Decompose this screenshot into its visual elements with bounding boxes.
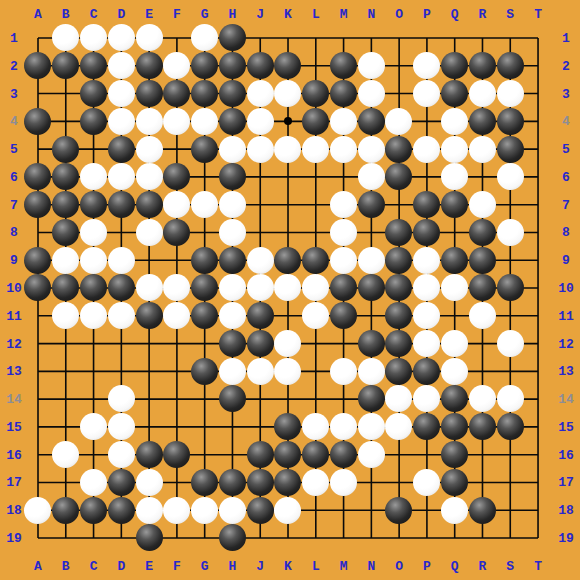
intersection-J7[interactable] (246, 191, 274, 219)
intersection-D13[interactable] (107, 357, 135, 385)
intersection-P17[interactable] (413, 468, 441, 496)
intersection-T5[interactable] (524, 135, 552, 163)
intersection-N17[interactable] (357, 468, 385, 496)
intersection-L4[interactable] (302, 107, 330, 135)
intersection-Q10[interactable] (441, 274, 469, 302)
intersection-S6[interactable] (496, 163, 524, 191)
intersection-N2[interactable] (357, 52, 385, 80)
intersection-R9[interactable] (468, 246, 496, 274)
intersection-G15[interactable] (191, 413, 219, 441)
intersection-T11[interactable] (524, 302, 552, 330)
intersection-P13[interactable] (413, 357, 441, 385)
intersection-B16[interactable] (52, 441, 80, 469)
intersection-L5[interactable] (302, 135, 330, 163)
intersection-N10[interactable] (357, 274, 385, 302)
intersection-H5[interactable] (218, 135, 246, 163)
intersection-C10[interactable] (80, 274, 108, 302)
intersection-M9[interactable] (330, 246, 358, 274)
intersection-B15[interactable] (52, 413, 80, 441)
intersection-E16[interactable] (135, 441, 163, 469)
intersection-O11[interactable] (385, 302, 413, 330)
intersection-H7[interactable] (218, 191, 246, 219)
intersection-Q5[interactable] (441, 135, 469, 163)
intersection-P8[interactable] (413, 218, 441, 246)
intersection-M5[interactable] (330, 135, 358, 163)
intersection-P12[interactable] (413, 330, 441, 358)
intersection-Q3[interactable] (441, 80, 469, 108)
intersection-Q1[interactable] (441, 24, 469, 52)
intersection-H16[interactable] (218, 441, 246, 469)
intersection-G9[interactable] (191, 246, 219, 274)
intersection-S9[interactable] (496, 246, 524, 274)
intersection-S12[interactable] (496, 330, 524, 358)
intersection-Q14[interactable] (441, 385, 469, 413)
intersection-M3[interactable] (330, 80, 358, 108)
intersection-M10[interactable] (330, 274, 358, 302)
intersection-C3[interactable] (80, 80, 108, 108)
intersection-T12[interactable] (524, 330, 552, 358)
intersection-L14[interactable] (302, 385, 330, 413)
intersection-C2[interactable] (80, 52, 108, 80)
intersection-O17[interactable] (385, 468, 413, 496)
intersection-O16[interactable] (385, 441, 413, 469)
intersection-G10[interactable] (191, 274, 219, 302)
intersection-Q9[interactable] (441, 246, 469, 274)
intersection-M8[interactable] (330, 218, 358, 246)
intersection-N5[interactable] (357, 135, 385, 163)
intersection-K9[interactable] (274, 246, 302, 274)
intersection-C11[interactable] (80, 302, 108, 330)
intersection-R7[interactable] (468, 191, 496, 219)
intersection-H4[interactable] (218, 107, 246, 135)
intersection-K2[interactable] (274, 52, 302, 80)
intersection-S16[interactable] (496, 441, 524, 469)
intersection-D5[interactable] (107, 135, 135, 163)
intersection-Q7[interactable] (441, 191, 469, 219)
intersection-E11[interactable] (135, 302, 163, 330)
intersection-F19[interactable] (163, 524, 191, 552)
intersection-F8[interactable] (163, 218, 191, 246)
intersection-N19[interactable] (357, 524, 385, 552)
intersection-A17[interactable] (24, 468, 52, 496)
intersection-J19[interactable] (246, 524, 274, 552)
intersection-E12[interactable] (135, 330, 163, 358)
intersection-F3[interactable] (163, 80, 191, 108)
intersection-P5[interactable] (413, 135, 441, 163)
intersection-P10[interactable] (413, 274, 441, 302)
intersection-B5[interactable] (52, 135, 80, 163)
intersection-S3[interactable] (496, 80, 524, 108)
intersection-A9[interactable] (24, 246, 52, 274)
intersection-E2[interactable] (135, 52, 163, 80)
intersection-D4[interactable] (107, 107, 135, 135)
intersection-E3[interactable] (135, 80, 163, 108)
intersection-K17[interactable] (274, 468, 302, 496)
intersection-H9[interactable] (218, 246, 246, 274)
intersection-R17[interactable] (468, 468, 496, 496)
intersection-A11[interactable] (24, 302, 52, 330)
intersection-P11[interactable] (413, 302, 441, 330)
intersection-S18[interactable] (496, 496, 524, 524)
intersection-K12[interactable] (274, 330, 302, 358)
intersection-G12[interactable] (191, 330, 219, 358)
intersection-K18[interactable] (274, 496, 302, 524)
intersection-A13[interactable] (24, 357, 52, 385)
intersection-K7[interactable] (274, 191, 302, 219)
intersection-D16[interactable] (107, 441, 135, 469)
intersection-G5[interactable] (191, 135, 219, 163)
intersection-D18[interactable] (107, 496, 135, 524)
intersection-H1[interactable] (218, 24, 246, 52)
intersection-G19[interactable] (191, 524, 219, 552)
intersection-P19[interactable] (413, 524, 441, 552)
intersection-K13[interactable] (274, 357, 302, 385)
intersection-S19[interactable] (496, 524, 524, 552)
intersection-A15[interactable] (24, 413, 52, 441)
intersection-J8[interactable] (246, 218, 274, 246)
intersection-E10[interactable] (135, 274, 163, 302)
intersection-P6[interactable] (413, 163, 441, 191)
intersection-F13[interactable] (163, 357, 191, 385)
intersection-D15[interactable] (107, 413, 135, 441)
intersection-A2[interactable] (24, 52, 52, 80)
intersection-A4[interactable] (24, 107, 52, 135)
intersection-O13[interactable] (385, 357, 413, 385)
intersection-Q13[interactable] (441, 357, 469, 385)
intersection-B14[interactable] (52, 385, 80, 413)
intersection-L6[interactable] (302, 163, 330, 191)
intersection-N1[interactable] (357, 24, 385, 52)
intersection-L18[interactable] (302, 496, 330, 524)
intersection-K15[interactable] (274, 413, 302, 441)
intersection-T19[interactable] (524, 524, 552, 552)
intersection-M18[interactable] (330, 496, 358, 524)
intersection-E4[interactable] (135, 107, 163, 135)
intersection-R8[interactable] (468, 218, 496, 246)
intersection-N13[interactable] (357, 357, 385, 385)
intersection-O9[interactable] (385, 246, 413, 274)
intersection-T4[interactable] (524, 107, 552, 135)
intersection-F11[interactable] (163, 302, 191, 330)
intersection-P15[interactable] (413, 413, 441, 441)
intersection-B11[interactable] (52, 302, 80, 330)
intersection-D19[interactable] (107, 524, 135, 552)
intersection-M6[interactable] (330, 163, 358, 191)
intersection-E18[interactable] (135, 496, 163, 524)
intersection-C16[interactable] (80, 441, 108, 469)
intersection-C12[interactable] (80, 330, 108, 358)
intersection-A8[interactable] (24, 218, 52, 246)
intersection-M1[interactable] (330, 24, 358, 52)
intersection-J13[interactable] (246, 357, 274, 385)
intersection-G17[interactable] (191, 468, 219, 496)
intersection-C13[interactable] (80, 357, 108, 385)
intersection-L11[interactable] (302, 302, 330, 330)
intersection-F5[interactable] (163, 135, 191, 163)
intersection-A1[interactable] (24, 24, 52, 52)
intersection-H14[interactable] (218, 385, 246, 413)
intersection-F10[interactable] (163, 274, 191, 302)
intersection-H8[interactable] (218, 218, 246, 246)
intersection-F12[interactable] (163, 330, 191, 358)
intersection-M16[interactable] (330, 441, 358, 469)
intersection-G16[interactable] (191, 441, 219, 469)
intersection-P9[interactable] (413, 246, 441, 274)
intersection-L1[interactable] (302, 24, 330, 52)
intersection-J17[interactable] (246, 468, 274, 496)
intersection-B1[interactable] (52, 24, 80, 52)
intersection-R4[interactable] (468, 107, 496, 135)
intersection-F14[interactable] (163, 385, 191, 413)
intersection-J14[interactable] (246, 385, 274, 413)
intersection-R2[interactable] (468, 52, 496, 80)
intersection-N4[interactable] (357, 107, 385, 135)
intersection-F7[interactable] (163, 191, 191, 219)
intersection-H17[interactable] (218, 468, 246, 496)
intersection-O6[interactable] (385, 163, 413, 191)
intersection-S5[interactable] (496, 135, 524, 163)
intersection-N3[interactable] (357, 80, 385, 108)
intersection-L17[interactable] (302, 468, 330, 496)
intersection-O4[interactable] (385, 107, 413, 135)
intersection-E8[interactable] (135, 218, 163, 246)
intersection-R15[interactable] (468, 413, 496, 441)
intersection-F6[interactable] (163, 163, 191, 191)
intersection-C17[interactable] (80, 468, 108, 496)
intersection-G13[interactable] (191, 357, 219, 385)
intersection-S2[interactable] (496, 52, 524, 80)
intersection-N12[interactable] (357, 330, 385, 358)
intersection-T9[interactable] (524, 246, 552, 274)
intersection-P1[interactable] (413, 24, 441, 52)
intersection-B7[interactable] (52, 191, 80, 219)
intersection-R16[interactable] (468, 441, 496, 469)
intersection-J2[interactable] (246, 52, 274, 80)
intersection-K4[interactable] (274, 107, 302, 135)
intersection-D14[interactable] (107, 385, 135, 413)
intersection-L9[interactable] (302, 246, 330, 274)
intersection-G14[interactable] (191, 385, 219, 413)
intersection-O12[interactable] (385, 330, 413, 358)
intersection-L7[interactable] (302, 191, 330, 219)
intersection-N6[interactable] (357, 163, 385, 191)
intersection-T1[interactable] (524, 24, 552, 52)
intersection-S7[interactable] (496, 191, 524, 219)
intersection-P7[interactable] (413, 191, 441, 219)
intersection-E17[interactable] (135, 468, 163, 496)
intersection-B4[interactable] (52, 107, 80, 135)
intersection-H11[interactable] (218, 302, 246, 330)
intersection-M15[interactable] (330, 413, 358, 441)
intersection-Q4[interactable] (441, 107, 469, 135)
intersection-H12[interactable] (218, 330, 246, 358)
intersection-E6[interactable] (135, 163, 163, 191)
intersection-E15[interactable] (135, 413, 163, 441)
intersection-S14[interactable] (496, 385, 524, 413)
intersection-C9[interactable] (80, 246, 108, 274)
intersection-T6[interactable] (524, 163, 552, 191)
intersection-O10[interactable] (385, 274, 413, 302)
intersection-P16[interactable] (413, 441, 441, 469)
intersection-C8[interactable] (80, 218, 108, 246)
intersection-C4[interactable] (80, 107, 108, 135)
intersection-J6[interactable] (246, 163, 274, 191)
intersection-N14[interactable] (357, 385, 385, 413)
intersection-K11[interactable] (274, 302, 302, 330)
intersection-Q11[interactable] (441, 302, 469, 330)
intersection-E14[interactable] (135, 385, 163, 413)
intersection-S8[interactable] (496, 218, 524, 246)
intersection-G7[interactable] (191, 191, 219, 219)
intersection-C6[interactable] (80, 163, 108, 191)
intersection-D8[interactable] (107, 218, 135, 246)
intersection-O8[interactable] (385, 218, 413, 246)
intersection-Q16[interactable] (441, 441, 469, 469)
intersection-Q8[interactable] (441, 218, 469, 246)
intersection-S4[interactable] (496, 107, 524, 135)
intersection-P2[interactable] (413, 52, 441, 80)
intersection-O1[interactable] (385, 24, 413, 52)
intersection-H13[interactable] (218, 357, 246, 385)
intersection-D2[interactable] (107, 52, 135, 80)
intersection-D6[interactable] (107, 163, 135, 191)
intersection-O5[interactable] (385, 135, 413, 163)
intersection-S15[interactable] (496, 413, 524, 441)
intersection-K10[interactable] (274, 274, 302, 302)
intersection-G6[interactable] (191, 163, 219, 191)
intersection-T13[interactable] (524, 357, 552, 385)
intersection-T2[interactable] (524, 52, 552, 80)
intersection-A6[interactable] (24, 163, 52, 191)
intersection-M17[interactable] (330, 468, 358, 496)
intersection-L2[interactable] (302, 52, 330, 80)
intersection-K19[interactable] (274, 524, 302, 552)
intersection-F2[interactable] (163, 52, 191, 80)
intersection-O14[interactable] (385, 385, 413, 413)
intersection-C19[interactable] (80, 524, 108, 552)
intersection-J10[interactable] (246, 274, 274, 302)
intersection-M7[interactable] (330, 191, 358, 219)
intersection-J3[interactable] (246, 80, 274, 108)
intersection-O7[interactable] (385, 191, 413, 219)
intersection-M13[interactable] (330, 357, 358, 385)
intersection-S10[interactable] (496, 274, 524, 302)
intersection-B13[interactable] (52, 357, 80, 385)
intersection-D12[interactable] (107, 330, 135, 358)
intersection-R14[interactable] (468, 385, 496, 413)
intersection-D11[interactable] (107, 302, 135, 330)
intersection-G1[interactable] (191, 24, 219, 52)
intersection-Q19[interactable] (441, 524, 469, 552)
intersection-H10[interactable] (218, 274, 246, 302)
intersection-J16[interactable] (246, 441, 274, 469)
intersection-C5[interactable] (80, 135, 108, 163)
intersection-T18[interactable] (524, 496, 552, 524)
intersection-D1[interactable] (107, 24, 135, 52)
intersection-B2[interactable] (52, 52, 80, 80)
intersection-T15[interactable] (524, 413, 552, 441)
intersection-K14[interactable] (274, 385, 302, 413)
intersection-T16[interactable] (524, 441, 552, 469)
intersection-O2[interactable] (385, 52, 413, 80)
intersection-A12[interactable] (24, 330, 52, 358)
intersection-K3[interactable] (274, 80, 302, 108)
intersection-R13[interactable] (468, 357, 496, 385)
intersection-C14[interactable] (80, 385, 108, 413)
intersection-L16[interactable] (302, 441, 330, 469)
intersection-Q15[interactable] (441, 413, 469, 441)
intersection-J18[interactable] (246, 496, 274, 524)
intersection-P14[interactable] (413, 385, 441, 413)
intersection-T17[interactable] (524, 468, 552, 496)
intersection-J9[interactable] (246, 246, 274, 274)
intersection-F4[interactable] (163, 107, 191, 135)
intersection-J12[interactable] (246, 330, 274, 358)
intersection-N8[interactable] (357, 218, 385, 246)
intersection-L15[interactable] (302, 413, 330, 441)
intersection-F17[interactable] (163, 468, 191, 496)
intersection-T7[interactable] (524, 191, 552, 219)
intersection-B3[interactable] (52, 80, 80, 108)
intersection-Q18[interactable] (441, 496, 469, 524)
intersection-T8[interactable] (524, 218, 552, 246)
intersection-K6[interactable] (274, 163, 302, 191)
intersection-E5[interactable] (135, 135, 163, 163)
intersection-C7[interactable] (80, 191, 108, 219)
intersection-B9[interactable] (52, 246, 80, 274)
intersection-O15[interactable] (385, 413, 413, 441)
intersection-L19[interactable] (302, 524, 330, 552)
intersection-A5[interactable] (24, 135, 52, 163)
intersection-C15[interactable] (80, 413, 108, 441)
intersection-P3[interactable] (413, 80, 441, 108)
intersection-R11[interactable] (468, 302, 496, 330)
intersection-O19[interactable] (385, 524, 413, 552)
intersection-A14[interactable] (24, 385, 52, 413)
intersection-L10[interactable] (302, 274, 330, 302)
intersection-P4[interactable] (413, 107, 441, 135)
intersection-K1[interactable] (274, 24, 302, 52)
intersection-J15[interactable] (246, 413, 274, 441)
intersection-C18[interactable] (80, 496, 108, 524)
intersection-H15[interactable] (218, 413, 246, 441)
intersection-J5[interactable] (246, 135, 274, 163)
intersection-G8[interactable] (191, 218, 219, 246)
intersection-B10[interactable] (52, 274, 80, 302)
intersection-H3[interactable] (218, 80, 246, 108)
intersection-H19[interactable] (218, 524, 246, 552)
intersection-D7[interactable] (107, 191, 135, 219)
intersection-A16[interactable] (24, 441, 52, 469)
intersection-T14[interactable] (524, 385, 552, 413)
intersection-N16[interactable] (357, 441, 385, 469)
intersection-R10[interactable] (468, 274, 496, 302)
intersection-F16[interactable] (163, 441, 191, 469)
intersection-A18[interactable] (24, 496, 52, 524)
intersection-T10[interactable] (524, 274, 552, 302)
intersection-A7[interactable] (24, 191, 52, 219)
intersection-R12[interactable] (468, 330, 496, 358)
intersection-Q6[interactable] (441, 163, 469, 191)
intersection-F15[interactable] (163, 413, 191, 441)
intersection-H6[interactable] (218, 163, 246, 191)
intersection-C1[interactable] (80, 24, 108, 52)
intersection-N11[interactable] (357, 302, 385, 330)
intersection-N7[interactable] (357, 191, 385, 219)
intersection-M19[interactable] (330, 524, 358, 552)
intersection-M12[interactable] (330, 330, 358, 358)
intersection-N15[interactable] (357, 413, 385, 441)
